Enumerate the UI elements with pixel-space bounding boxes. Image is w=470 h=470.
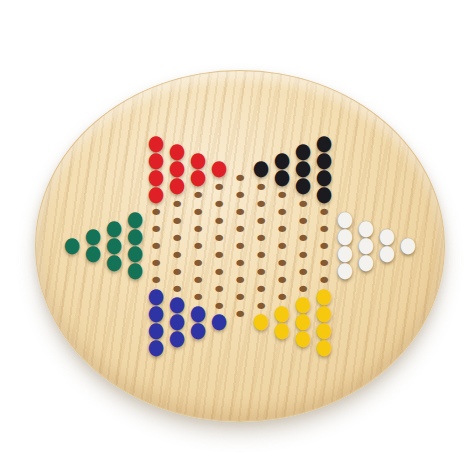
peg-green-glyph: ● (127, 259, 144, 280)
peg-yellow-glyph: ● (295, 327, 312, 348)
peg-yellow-glyph: ● (316, 335, 333, 356)
empty-hole-glyph: ● (278, 242, 287, 250)
empty-hole-glyph: ● (173, 199, 182, 207)
empty-hole-glyph: ● (257, 267, 266, 275)
empty-hole[interactable]: ● (209, 195, 230, 212)
empty-hole[interactable]: ● (230, 289, 251, 306)
peg-white[interactable]: ● (335, 263, 356, 280)
empty-hole-glyph: ● (278, 225, 287, 233)
peg-yellow-glyph: ● (253, 310, 270, 331)
empty-hole[interactable]: ● (209, 263, 230, 280)
empty-hole-glyph: ● (320, 225, 329, 233)
peg-black[interactable]: ● (272, 170, 293, 187)
peg-red-glyph: ● (190, 165, 207, 186)
empty-hole-glyph: ● (278, 259, 287, 267)
empty-hole-glyph: ● (236, 242, 245, 250)
empty-hole[interactable]: ● (230, 306, 251, 323)
empty-hole[interactable]: ● (293, 195, 314, 212)
board-column-7: ●●●●●●●●●●● (188, 153, 209, 340)
empty-hole[interactable]: ● (293, 229, 314, 246)
board-column-5: ●●●●●●●●●●●●● (146, 136, 167, 357)
board-column-2: ●● (83, 229, 104, 263)
empty-hole-glyph: ● (236, 191, 245, 199)
empty-hole[interactable]: ● (146, 204, 167, 221)
empty-hole-glyph: ● (215, 284, 224, 292)
empty-hole-glyph: ● (173, 250, 182, 258)
board-column-14: ●●●● (335, 212, 356, 280)
empty-hole-glyph: ● (152, 225, 161, 233)
empty-hole[interactable]: ● (167, 263, 188, 280)
empty-hole-glyph: ● (257, 199, 266, 207)
empty-hole[interactable]: ● (251, 263, 272, 280)
empty-hole[interactable]: ● (272, 255, 293, 272)
empty-hole-glyph: ● (320, 259, 329, 267)
board-column-8: ●●●●●●●●●● (209, 161, 230, 331)
photo-background: ●●●●●●●●●●●●●●●●●●●●●●●●●●●●●●●●●●●●●●●●… (0, 0, 470, 470)
peg-yellow[interactable]: ● (251, 314, 272, 331)
board-column-4: ●●●● (125, 212, 146, 280)
peg-green[interactable]: ● (83, 246, 104, 263)
empty-hole[interactable]: ● (188, 255, 209, 272)
empty-hole[interactable]: ● (146, 221, 167, 238)
empty-hole[interactable]: ● (230, 204, 251, 221)
empty-hole[interactable]: ● (188, 187, 209, 204)
empty-hole[interactable]: ● (230, 187, 251, 204)
empty-hole-glyph: ● (278, 191, 287, 199)
empty-hole-glyph: ● (299, 250, 308, 258)
empty-hole-glyph: ● (215, 233, 224, 241)
empty-hole-glyph: ● (257, 216, 266, 224)
empty-hole-glyph: ● (320, 242, 329, 250)
peg-black[interactable]: ● (251, 161, 272, 178)
peg-red-glyph: ● (211, 157, 228, 178)
board-column-1: ● (62, 238, 83, 255)
empty-hole-glyph: ● (194, 242, 203, 250)
empty-hole-glyph: ● (320, 208, 329, 216)
empty-hole[interactable]: ● (146, 255, 167, 272)
peg-blue[interactable]: ● (146, 340, 167, 357)
empty-hole[interactable]: ● (209, 212, 230, 229)
empty-hole[interactable]: ● (272, 272, 293, 289)
empty-hole[interactable]: ● (230, 255, 251, 272)
empty-hole-glyph: ● (236, 259, 245, 267)
empty-hole[interactable]: ● (314, 221, 335, 238)
peg-black[interactable]: ● (293, 178, 314, 195)
peg-blue-glyph: ● (169, 327, 186, 348)
peg-blue[interactable]: ● (188, 323, 209, 340)
empty-hole[interactable]: ● (146, 238, 167, 255)
empty-hole[interactable]: ● (167, 229, 188, 246)
empty-hole-glyph: ● (194, 191, 203, 199)
empty-hole-glyph: ● (152, 208, 161, 216)
empty-hole-glyph: ● (236, 310, 245, 318)
board-column-10: ●●●●●●●●●● (251, 161, 272, 331)
empty-hole[interactable]: ● (209, 229, 230, 246)
peg-green[interactable]: ● (104, 255, 125, 272)
empty-hole-glyph: ● (236, 208, 245, 216)
peg-green[interactable]: ● (125, 263, 146, 280)
empty-hole[interactable]: ● (251, 195, 272, 212)
empty-hole[interactable]: ● (167, 246, 188, 263)
peg-red-glyph: ● (169, 174, 186, 195)
empty-hole-glyph: ● (278, 276, 287, 284)
empty-hole-glyph: ● (236, 225, 245, 233)
empty-hole-glyph: ● (173, 216, 182, 224)
peg-red[interactable]: ● (188, 170, 209, 187)
empty-hole[interactable]: ● (272, 221, 293, 238)
empty-hole[interactable]: ● (293, 246, 314, 263)
empty-hole-glyph: ● (236, 293, 245, 301)
peg-green-glyph: ● (64, 233, 81, 254)
empty-hole-glyph: ● (257, 182, 266, 190)
empty-hole[interactable]: ● (209, 246, 230, 263)
empty-hole-glyph: ● (299, 267, 308, 275)
peg-green-glyph: ● (106, 250, 123, 271)
peg-white-glyph: ● (379, 242, 396, 263)
board-column-3: ●●● (104, 221, 125, 272)
empty-hole-glyph: ● (236, 276, 245, 284)
chinese-checkers-board: ●●●●●●●●●●●●●●●●●●●●●●●●●●●●●●●●●●●●●●●●… (35, 70, 445, 422)
empty-hole-glyph: ● (215, 182, 224, 190)
peg-blue-glyph: ● (148, 335, 165, 356)
peg-black-glyph: ● (253, 157, 270, 178)
empty-hole[interactable]: ● (230, 272, 251, 289)
peg-white[interactable]: ● (398, 238, 419, 255)
peg-black-glyph: ● (274, 165, 291, 186)
empty-hole[interactable]: ● (251, 280, 272, 297)
empty-hole[interactable]: ● (272, 204, 293, 221)
empty-hole[interactable]: ● (230, 238, 251, 255)
empty-hole[interactable]: ● (167, 195, 188, 212)
peg-red[interactable]: ● (209, 161, 230, 178)
empty-hole-glyph: ● (194, 208, 203, 216)
peg-white-glyph: ● (337, 259, 354, 280)
empty-hole-glyph: ● (215, 199, 224, 207)
peg-red-glyph: ● (148, 182, 165, 203)
empty-hole-glyph: ● (173, 233, 182, 241)
peg-white[interactable]: ● (377, 246, 398, 263)
star-hole-grid: ●●●●●●●●●●●●●●●●●●●●●●●●●●●●●●●●●●●●●●●●… (36, 71, 444, 421)
empty-hole[interactable]: ● (188, 272, 209, 289)
empty-hole-glyph: ● (299, 233, 308, 241)
empty-hole[interactable]: ● (314, 255, 335, 272)
board-column-17: ● (398, 238, 419, 255)
empty-hole[interactable]: ● (188, 221, 209, 238)
empty-hole[interactable]: ● (167, 212, 188, 229)
empty-hole[interactable]: ● (293, 263, 314, 280)
empty-hole[interactable]: ● (188, 238, 209, 255)
empty-hole-glyph: ● (299, 216, 308, 224)
empty-hole-glyph: ● (236, 174, 245, 182)
empty-hole-glyph: ● (257, 250, 266, 258)
empty-hole[interactable]: ● (251, 246, 272, 263)
board-column-11: ●●●●●●●●●●● (272, 153, 293, 340)
peg-blue[interactable]: ● (209, 314, 230, 331)
empty-hole[interactable]: ● (209, 280, 230, 297)
peg-white-glyph: ● (400, 233, 417, 254)
empty-hole[interactable]: ● (272, 187, 293, 204)
empty-hole-glyph: ● (257, 284, 266, 292)
empty-hole[interactable]: ● (251, 229, 272, 246)
empty-hole[interactable]: ● (230, 170, 251, 187)
board-column-12: ●●●●●●●●●●●● (293, 144, 314, 348)
board-column-6: ●●●●●●●●●●●● (167, 144, 188, 348)
empty-hole[interactable]: ● (314, 204, 335, 221)
board-column-15: ●●● (356, 221, 377, 272)
peg-white[interactable]: ● (356, 255, 377, 272)
peg-blue-glyph: ● (211, 310, 228, 331)
empty-hole-glyph: ● (152, 242, 161, 250)
empty-hole-glyph: ● (173, 267, 182, 275)
peg-yellow[interactable]: ● (293, 331, 314, 348)
peg-red[interactable]: ● (146, 187, 167, 204)
peg-green-glyph: ● (85, 242, 102, 263)
empty-hole-glyph: ● (194, 259, 203, 267)
empty-hole-glyph: ● (152, 259, 161, 267)
empty-hole-glyph: ● (215, 250, 224, 258)
empty-hole-glyph: ● (215, 267, 224, 275)
peg-black-glyph: ● (295, 174, 312, 195)
peg-blue-glyph: ● (190, 318, 207, 339)
peg-yellow[interactable]: ● (272, 323, 293, 340)
board-column-9: ●●●●●●●●● (230, 170, 251, 323)
empty-hole-glyph: ● (257, 233, 266, 241)
empty-hole[interactable]: ● (230, 221, 251, 238)
empty-hole-glyph: ● (299, 199, 308, 207)
empty-hole[interactable]: ● (209, 178, 230, 195)
empty-hole[interactable]: ● (272, 238, 293, 255)
empty-hole[interactable]: ● (314, 238, 335, 255)
peg-green[interactable]: ● (62, 238, 83, 255)
peg-white-glyph: ● (358, 250, 375, 271)
peg-red[interactable]: ● (167, 178, 188, 195)
peg-blue[interactable]: ● (167, 331, 188, 348)
peg-black-glyph: ● (316, 182, 333, 203)
board-column-13: ●●●●●●●●●●●●● (314, 136, 335, 357)
peg-black[interactable]: ● (314, 187, 335, 204)
empty-hole-glyph: ● (194, 225, 203, 233)
peg-yellow[interactable]: ● (314, 340, 335, 357)
empty-hole[interactable]: ● (251, 212, 272, 229)
empty-hole[interactable]: ● (188, 204, 209, 221)
empty-hole-glyph: ● (194, 276, 203, 284)
empty-hole[interactable]: ● (293, 212, 314, 229)
peg-yellow-glyph: ● (274, 318, 291, 339)
board-column-16: ●● (377, 229, 398, 263)
empty-hole[interactable]: ● (251, 178, 272, 195)
empty-hole-glyph: ● (278, 208, 287, 216)
empty-hole-glyph: ● (215, 216, 224, 224)
